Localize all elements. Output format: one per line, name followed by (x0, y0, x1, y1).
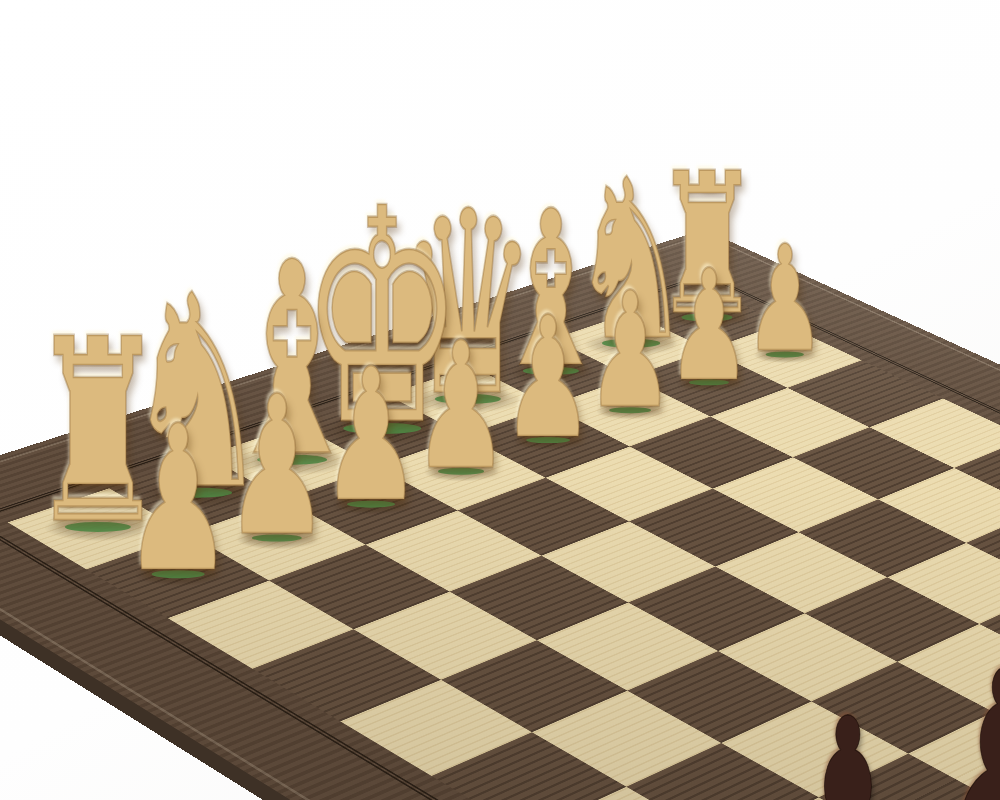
white-pawn-glyph: ♟ (413, 318, 510, 494)
white-pawn-glyph: ♟ (667, 248, 752, 401)
white-pawn-glyph: ♟ (122, 398, 233, 600)
white-pawn-glyph: ♟ (586, 271, 674, 431)
black-pawn-glyph: ♟ (780, 687, 916, 800)
black-pawn-glyph: ♟ (933, 637, 1000, 800)
chess-set-photo: ♜♞♝♚♛♝♞♜♟♟♟♟♟♟♟♟♟♟ (0, 0, 1000, 800)
white-pawn-glyph: ♟ (502, 294, 595, 462)
white-pawn-glyph: ♟ (320, 344, 421, 527)
white-pawn-glyph: ♟ (224, 370, 330, 562)
white-pawn-glyph: ♟ (744, 226, 825, 373)
